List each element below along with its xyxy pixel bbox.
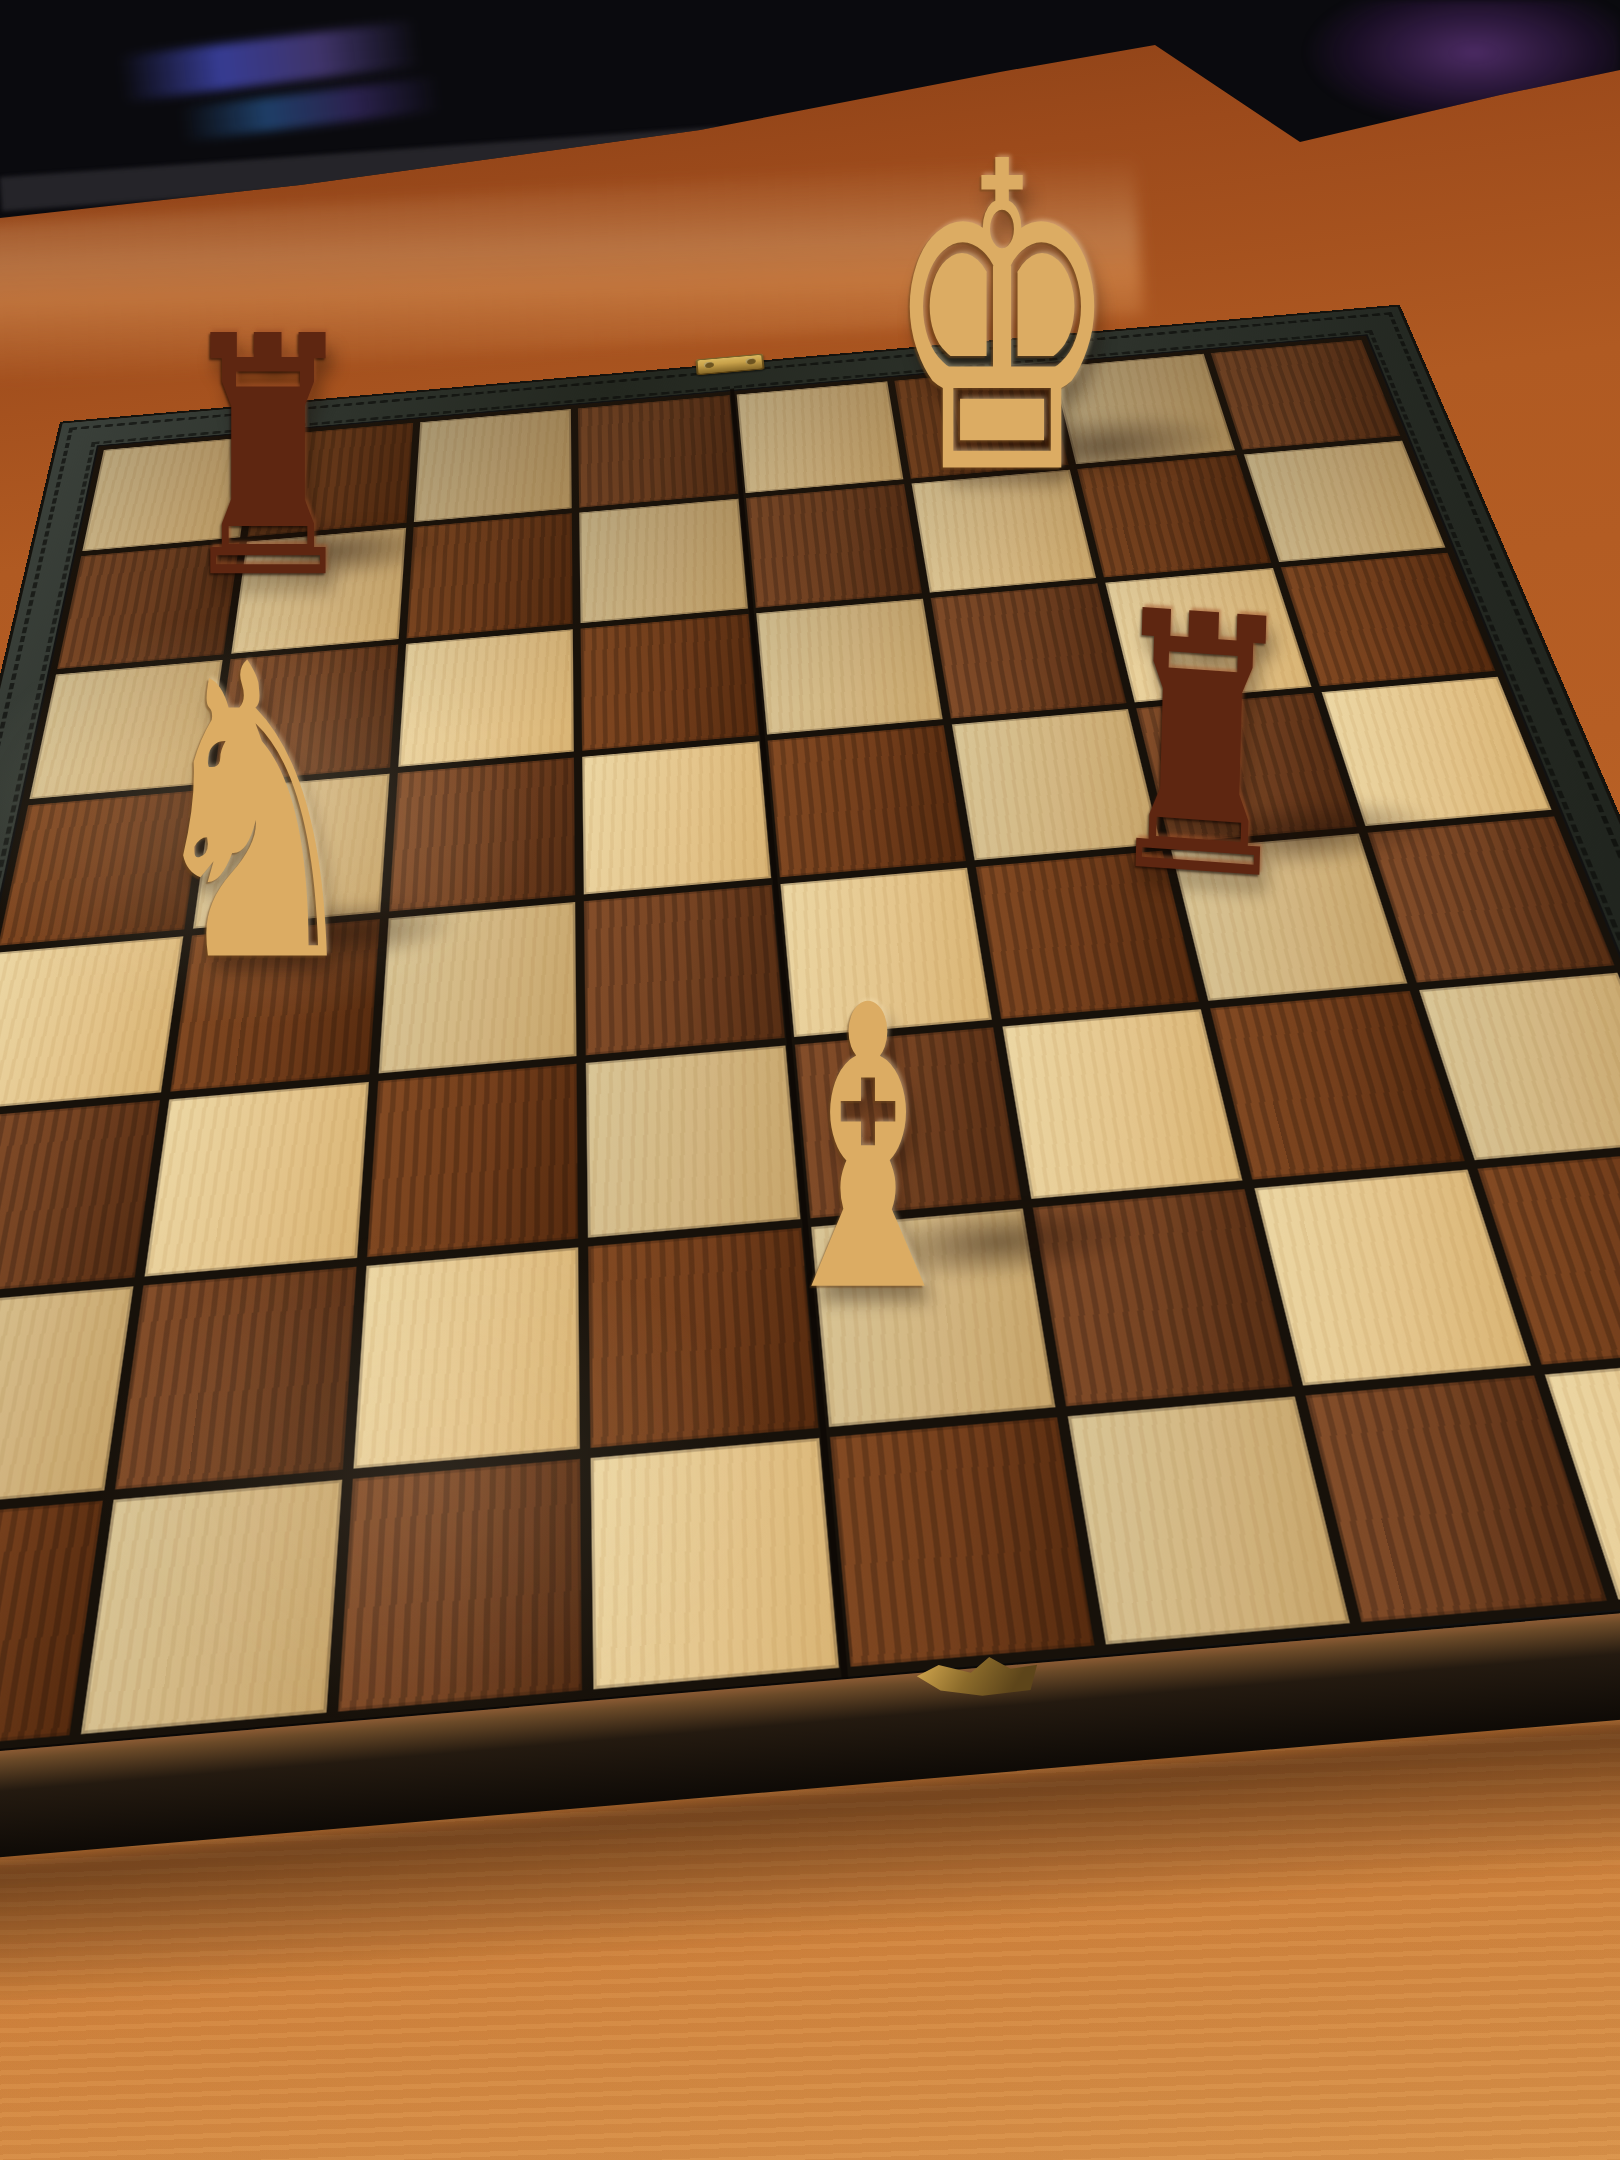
- square-c3[interactable]: [367, 1064, 579, 1258]
- piece-white-king-f7[interactable]: ♚: [884, 150, 1120, 490]
- square-d7[interactable]: [579, 499, 747, 623]
- square-h6[interactable]: [1280, 553, 1495, 687]
- piece-black-rook-f4[interactable]: ♜: [1098, 598, 1303, 896]
- piece-black-rook-b7[interactable]: ♜: [176, 327, 359, 591]
- square-e5[interactable]: [767, 725, 966, 877]
- piece-white-bishop-d2[interactable]: ♝: [760, 995, 977, 1307]
- square-c6[interactable]: [398, 629, 574, 767]
- square-c4[interactable]: [378, 902, 576, 1074]
- square-d6[interactable]: [581, 614, 759, 751]
- square-h8[interactable]: [1210, 340, 1400, 450]
- square-d1[interactable]: [591, 1438, 838, 1690]
- square-h7[interactable]: [1244, 441, 1446, 562]
- square-e1[interactable]: [829, 1417, 1094, 1667]
- square-h5[interactable]: [1321, 677, 1551, 826]
- square-d4[interactable]: [584, 884, 784, 1055]
- square-f2[interactable]: [1033, 1189, 1293, 1405]
- square-b1[interactable]: [82, 1479, 342, 1734]
- square-d8[interactable]: [578, 395, 737, 508]
- square-f6[interactable]: [931, 583, 1127, 718]
- chess-photo-scene: ♜ ♚ ♞ ♜ ♝: [0, 0, 1620, 2160]
- square-b3[interactable]: [145, 1082, 368, 1277]
- square-g3[interactable]: [1210, 991, 1464, 1180]
- square-a2[interactable]: [0, 1287, 134, 1510]
- square-e6[interactable]: [756, 598, 943, 734]
- square-c2[interactable]: [353, 1248, 580, 1468]
- square-f3[interactable]: [1002, 1009, 1243, 1199]
- piece-white-knight-b4[interactable]: ♞: [142, 653, 367, 977]
- square-c1[interactable]: [338, 1458, 583, 1711]
- square-e8[interactable]: [736, 381, 903, 493]
- square-h4[interactable]: [1367, 816, 1614, 983]
- square-f1[interactable]: [1067, 1396, 1350, 1645]
- square-c8[interactable]: [414, 409, 572, 522]
- square-b2[interactable]: [116, 1267, 356, 1489]
- square-a3[interactable]: [0, 1100, 160, 1296]
- square-c7[interactable]: [406, 513, 573, 638]
- square-d5[interactable]: [582, 741, 770, 893]
- square-c5[interactable]: [389, 758, 575, 911]
